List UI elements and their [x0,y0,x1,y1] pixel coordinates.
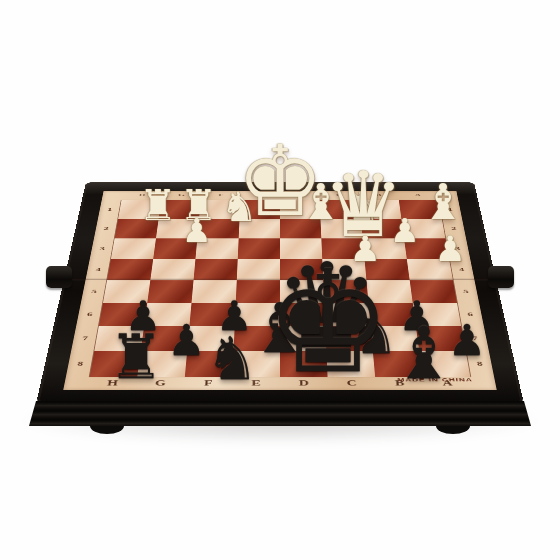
square-g4[interactable] [150,259,195,280]
rank-label-left-1: 1 [98,200,122,219]
piece-white-rook-h1[interactable]: ♜ [139,185,177,228]
rank-label-left-5: 5 [81,280,107,302]
board-foot-left [90,418,124,434]
product-photo-scene: HGFEDCBA HGFEDCBA 12345678 12345678 MADE… [0,0,560,560]
rank-label-left-8: 8 [66,351,94,377]
rank-label-left-7: 7 [71,326,99,351]
piece-white-knight-f1[interactable]: ♞ [221,186,258,227]
piece-white-pawn-g2[interactable]: ♟ [182,214,212,247]
rank-label-left-3: 3 [90,238,115,258]
piece-black-bishop-b8[interactable]: ♝ [392,318,456,390]
hinge-clasp-left [46,266,72,288]
board-foot-right [436,418,470,434]
square-h4[interactable] [107,259,153,280]
piece-black-knight-f8[interactable]: ♞ [206,330,259,389]
rank-label-left-4: 4 [85,259,110,280]
piece-black-rook-h8[interactable]: ♜ [109,327,164,389]
rank-label-left-2: 2 [94,219,118,239]
hinge-clasp-right [488,266,514,288]
piece-white-bishop-a1[interactable]: ♝ [421,178,466,228]
square-h3[interactable] [111,238,156,258]
rank-label-left-6: 6 [76,303,103,326]
piece-black-king-d8[interactable]: ♚ [265,252,391,393]
square-f4[interactable] [194,259,238,280]
piece-white-pawn-a3[interactable]: ♟ [435,233,466,268]
piece-white-pawn-b2[interactable]: ♟ [390,214,420,247]
piece-black-pawn-g7[interactable]: ♟ [167,318,205,361]
rank-label-right-5: 5 [453,280,479,302]
